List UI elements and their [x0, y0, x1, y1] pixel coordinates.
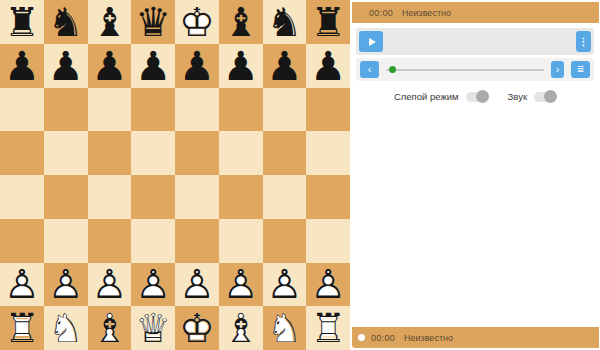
square-b5[interactable]: [44, 131, 88, 175]
square-f8[interactable]: ♝: [219, 0, 263, 44]
square-d4[interactable]: [131, 175, 175, 219]
square-a4[interactable]: [0, 175, 44, 219]
bottom-player-name: Неизвестно: [404, 333, 453, 343]
square-b6[interactable]: [44, 88, 88, 132]
settings-row: Слепой режим Звук: [350, 91, 600, 102]
moves-list-button[interactable]: ≣: [571, 61, 590, 78]
white-queen[interactable]: ♛♕: [131, 306, 175, 350]
move-nav-row: ‹ › ≣: [356, 58, 594, 81]
bottom-player-clock: 00:00: [371, 333, 395, 343]
square-g3[interactable]: [263, 219, 307, 263]
square-f5[interactable]: [219, 131, 263, 175]
black-pawn[interactable]: ♟: [175, 44, 219, 88]
square-c1[interactable]: ♝♗: [88, 306, 132, 350]
square-e4[interactable]: [175, 175, 219, 219]
blind-mode-label: Слепой режим: [394, 91, 459, 102]
black-pawn[interactable]: ♟: [88, 44, 132, 88]
square-g7[interactable]: ♟: [263, 44, 307, 88]
square-h7[interactable]: ♟: [306, 44, 350, 88]
chevron-right-icon: ›: [556, 64, 560, 75]
white-pawn[interactable]: ♟♙: [175, 263, 219, 307]
slider-track: [386, 69, 544, 71]
white-pawn[interactable]: ♟♙: [88, 263, 132, 307]
square-d7[interactable]: ♟: [131, 44, 175, 88]
square-e2[interactable]: ♟♙: [175, 263, 219, 307]
black-queen[interactable]: ♛: [131, 0, 175, 44]
square-e5[interactable]: [175, 131, 219, 175]
square-c2[interactable]: ♟♙: [88, 263, 132, 307]
square-c3[interactable]: [88, 219, 132, 263]
playback-row: ⋮: [356, 28, 594, 55]
chevron-left-icon: ‹: [368, 64, 372, 75]
black-knight[interactable]: ♞: [263, 0, 307, 44]
square-h5[interactable]: [306, 131, 350, 175]
black-pawn[interactable]: ♟: [0, 44, 44, 88]
square-g1[interactable]: ♞♘: [263, 306, 307, 350]
blind-mode-toggle-knob: [476, 90, 489, 103]
chess-app: ♜♞♝♛♚♔♝♞♜♟♟♟♟♟♟♟♟♟♙♟♙♟♙♟♙♟♙♟♙♟♙♟♙♜♖♞♘♝♗♛…: [0, 0, 600, 350]
black-knight[interactable]: ♞: [44, 0, 88, 44]
square-e3[interactable]: [175, 219, 219, 263]
square-e8[interactable]: ♚♔: [175, 0, 219, 44]
square-h1[interactable]: ♜♖: [306, 306, 350, 350]
square-g2[interactable]: ♟♙: [263, 263, 307, 307]
square-d2[interactable]: ♟♙: [131, 263, 175, 307]
black-pawn[interactable]: ♟: [219, 44, 263, 88]
square-a2[interactable]: ♟♙: [0, 263, 44, 307]
square-a1[interactable]: ♜♖: [0, 306, 44, 350]
white-king[interactable]: ♚♔: [175, 306, 219, 350]
square-a6[interactable]: [0, 88, 44, 132]
black-pawn[interactable]: ♟: [44, 44, 88, 88]
square-b2[interactable]: ♟♙: [44, 263, 88, 307]
white-bishop[interactable]: ♝♗: [88, 306, 132, 350]
square-c7[interactable]: ♟: [88, 44, 132, 88]
square-e7[interactable]: ♟: [175, 44, 219, 88]
white-knight[interactable]: ♞♘: [263, 306, 307, 350]
white-pawn[interactable]: ♟♙: [306, 263, 350, 307]
prev-move-button[interactable]: ‹: [360, 61, 379, 78]
square-e6[interactable]: [175, 88, 219, 132]
square-c4[interactable]: [88, 175, 132, 219]
bottom-player-bar: 00:00 Неизвестно: [352, 327, 599, 348]
chess-board: ♜♞♝♛♚♔♝♞♜♟♟♟♟♟♟♟♟♟♙♟♙♟♙♟♙♟♙♟♙♟♙♟♙♜♖♞♘♝♗♛…: [0, 0, 350, 350]
square-f6[interactable]: [219, 88, 263, 132]
list-icon: ≣: [577, 65, 585, 74]
square-c6[interactable]: [88, 88, 132, 132]
black-king[interactable]: ♚♔: [175, 0, 219, 44]
square-b1[interactable]: ♞♘: [44, 306, 88, 350]
square-f3[interactable]: [219, 219, 263, 263]
black-bishop[interactable]: ♝: [219, 0, 263, 44]
blind-mode-toggle[interactable]: [466, 92, 488, 102]
square-b3[interactable]: [44, 219, 88, 263]
play-button[interactable]: [359, 31, 383, 52]
black-pawn[interactable]: ♟: [306, 44, 350, 88]
square-g4[interactable]: [263, 175, 307, 219]
white-knight[interactable]: ♞♘: [44, 306, 88, 350]
black-pawn[interactable]: ♟: [263, 44, 307, 88]
square-f2[interactable]: ♟♙: [219, 263, 263, 307]
square-h6[interactable]: [306, 88, 350, 132]
square-f7[interactable]: ♟: [219, 44, 263, 88]
top-player-name: Неизвестно: [402, 8, 451, 18]
sound-toggle[interactable]: [534, 92, 556, 102]
slider-handle[interactable]: [389, 66, 396, 73]
black-rook[interactable]: ♜: [306, 0, 350, 44]
black-rook[interactable]: ♜: [0, 0, 44, 44]
square-a5[interactable]: [0, 131, 44, 175]
next-move-button[interactable]: ›: [551, 61, 564, 78]
square-f1[interactable]: ♝♗: [219, 306, 263, 350]
white-rook[interactable]: ♜♖: [306, 306, 350, 350]
white-player-indicator-icon: [358, 334, 365, 341]
black-pawn[interactable]: ♟: [131, 44, 175, 88]
square-d8[interactable]: ♛: [131, 0, 175, 44]
sound-toggle-knob: [544, 90, 557, 103]
white-rook[interactable]: ♜♖: [0, 306, 44, 350]
square-f4[interactable]: [219, 175, 263, 219]
square-a8[interactable]: ♜: [0, 0, 44, 44]
play-icon: [369, 38, 376, 46]
square-a7[interactable]: ♟: [0, 44, 44, 88]
square-d1[interactable]: ♛♕: [131, 306, 175, 350]
square-g5[interactable]: [263, 131, 307, 175]
square-d6[interactable]: [131, 88, 175, 132]
square-c5[interactable]: [88, 131, 132, 175]
top-player-bar: 00:00 Неизвестно: [352, 2, 599, 23]
square-c8[interactable]: ♝: [88, 0, 132, 44]
panel-spacer: [350, 102, 600, 327]
square-b8[interactable]: ♞: [44, 0, 88, 44]
square-d3[interactable]: [131, 219, 175, 263]
square-a3[interactable]: [0, 219, 44, 263]
square-b4[interactable]: [44, 175, 88, 219]
top-player-clock: 00:00: [369, 8, 393, 18]
side-panel: 00:00 Неизвестно ⋮ ‹ › ≣: [350, 0, 600, 350]
move-slider[interactable]: [386, 61, 544, 78]
square-h4[interactable]: [306, 175, 350, 219]
kebab-menu-icon: ⋮: [579, 36, 589, 47]
sound-label: Звук: [508, 91, 527, 102]
square-g8[interactable]: ♞: [263, 0, 307, 44]
white-pawn[interactable]: ♟♙: [131, 263, 175, 307]
white-pawn[interactable]: ♟♙: [263, 263, 307, 307]
white-bishop[interactable]: ♝♗: [219, 306, 263, 350]
menu-button[interactable]: ⋮: [576, 31, 591, 52]
square-b7[interactable]: ♟: [44, 44, 88, 88]
black-bishop[interactable]: ♝: [88, 0, 132, 44]
square-e1[interactable]: ♚♔: [175, 306, 219, 350]
square-g6[interactable]: [263, 88, 307, 132]
white-pawn[interactable]: ♟♙: [0, 263, 44, 307]
square-h3[interactable]: [306, 219, 350, 263]
square-h8[interactable]: ♜: [306, 0, 350, 44]
square-d5[interactable]: [131, 131, 175, 175]
white-pawn[interactable]: ♟♙: [44, 263, 88, 307]
square-h2[interactable]: ♟♙: [306, 263, 350, 307]
white-pawn[interactable]: ♟♙: [219, 263, 263, 307]
